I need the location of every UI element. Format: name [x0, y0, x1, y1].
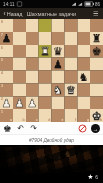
puzzle-toolbar: ♚ ↶ ↷ →	[0, 122, 103, 135]
square-c5[interactable]	[26, 58, 39, 71]
black-rook[interactable]: ♜	[92, 32, 102, 45]
deny-button[interactable]	[78, 124, 87, 133]
black-king[interactable]: ♚	[92, 45, 102, 58]
square-g4[interactable]: ♞	[77, 71, 90, 84]
signal-icon	[71, 2, 76, 6]
square-b3[interactable]	[13, 83, 26, 96]
square-g3[interactable]	[77, 83, 90, 96]
clock: 14:11	[3, 2, 15, 7]
square-b1[interactable]: b	[13, 109, 26, 122]
file-label: c	[36, 118, 38, 122]
square-h4[interactable]	[90, 71, 103, 84]
chess-pieces-photo: ♟♜♞♟♝♟♞♛♚ ★ 6	[0, 145, 103, 183]
square-h5[interactable]	[90, 58, 103, 71]
page-title: Шахматные задачи	[27, 11, 76, 17]
file-label: e	[61, 118, 63, 122]
black-pawn[interactable]: ♟	[53, 58, 63, 71]
square-c8[interactable]	[26, 19, 39, 32]
square-a3[interactable]: 3	[0, 83, 13, 96]
turn-indicator-black-king-icon: ♚	[3, 123, 12, 134]
white-rook[interactable]: ♜	[40, 45, 50, 58]
square-f3[interactable]: ♛	[64, 83, 77, 96]
square-f5[interactable]	[64, 58, 77, 71]
square-b6[interactable]	[13, 45, 26, 58]
arrow-right-icon: →	[93, 125, 99, 131]
square-e3[interactable]: ♞	[52, 83, 65, 96]
square-d7[interactable]	[39, 32, 52, 45]
file-label: b	[23, 118, 25, 122]
square-f4[interactable]	[64, 71, 77, 84]
white-pawn[interactable]: ♟	[14, 96, 24, 109]
redo-icon: ↷	[30, 124, 37, 134]
back-label: Назад	[7, 11, 23, 17]
star-count: 6	[95, 174, 98, 180]
square-g8[interactable]	[77, 19, 90, 32]
file-label: d	[48, 118, 50, 122]
square-e1[interactable]: e	[52, 109, 65, 122]
rank-label: 1	[1, 110, 3, 114]
square-a5[interactable]: 5	[0, 58, 13, 71]
square-b8[interactable]	[13, 19, 26, 32]
square-e8[interactable]	[52, 19, 65, 32]
square-c3[interactable]	[26, 83, 39, 96]
square-d4[interactable]	[39, 71, 52, 84]
file-label: h	[100, 118, 102, 122]
undo-icon: ↶	[18, 124, 25, 134]
deny-icon	[78, 124, 87, 133]
square-a4[interactable]: 4	[0, 71, 13, 84]
square-h2[interactable]	[90, 96, 103, 109]
star-icon[interactable]: ★	[87, 174, 93, 181]
battery-level: 86	[95, 2, 100, 7]
rank-label: 6	[1, 45, 3, 49]
square-c4[interactable]	[26, 71, 39, 84]
square-f6[interactable]	[64, 45, 77, 58]
chess-board: 87♟♜6♜♛♚5♟4♞3♞♛2♟♟♟1abcdefgh♚	[0, 19, 103, 122]
rank-label: 3	[1, 84, 3, 88]
battery-icon	[84, 2, 93, 7]
phone-viewport: 14:11 86 ‹ Назад Шахматные задачи 87♟♜6♜…	[0, 0, 103, 183]
rank-label: 2	[1, 97, 3, 101]
square-g6[interactable]	[77, 45, 90, 58]
puzzle-caption: #7904 Двойной удар	[0, 135, 103, 145]
next-puzzle-button[interactable]: →	[91, 124, 100, 133]
square-c7[interactable]	[26, 32, 39, 45]
square-b5[interactable]	[13, 58, 26, 71]
square-h1[interactable]: h♚	[90, 109, 103, 122]
rank-label: 7	[1, 32, 3, 36]
square-a7[interactable]: 7♟	[0, 32, 13, 45]
square-h7[interactable]: ♜	[90, 32, 103, 45]
screen: 14:11 86 ‹ Назад Шахматные задачи 87♟♜6♜…	[0, 0, 103, 183]
square-e4[interactable]	[52, 71, 65, 84]
square-d3[interactable]	[39, 83, 52, 96]
square-h3[interactable]	[90, 83, 103, 96]
square-e7[interactable]	[52, 32, 65, 45]
rank-label: 8	[1, 20, 3, 24]
back-button[interactable]: ‹ Назад	[4, 11, 23, 17]
menu-button[interactable]	[92, 10, 100, 17]
chevron-left-icon: ‹	[4, 11, 6, 16]
square-g1[interactable]: g	[77, 109, 90, 122]
rank-label: 5	[1, 58, 3, 62]
square-g7[interactable]	[77, 32, 90, 45]
redo-button[interactable]: ↷	[30, 124, 37, 134]
square-f7[interactable]	[64, 32, 77, 45]
file-label: a	[10, 118, 12, 122]
rank-label: 4	[1, 71, 3, 75]
square-b2[interactable]: ♟	[13, 96, 26, 109]
white-queen[interactable]: ♛	[66, 84, 76, 97]
square-d5[interactable]	[39, 58, 52, 71]
square-g5[interactable]	[77, 58, 90, 71]
square-f1[interactable]: f	[64, 109, 77, 122]
undo-button[interactable]: ↶	[18, 124, 25, 134]
square-h8[interactable]	[90, 19, 103, 32]
notification-icon	[17, 2, 22, 7]
app-header: ‹ Назад Шахматные задачи	[0, 8, 103, 19]
square-e6[interactable]: ♛	[52, 45, 65, 58]
status-bar: 14:11 86	[0, 0, 103, 8]
black-knight[interactable]: ♞	[79, 71, 89, 84]
square-a6[interactable]: 6	[0, 45, 13, 58]
file-label: f	[75, 118, 76, 122]
square-e2[interactable]	[52, 96, 65, 109]
file-label: g	[87, 118, 89, 122]
square-g2[interactable]	[77, 96, 90, 109]
square-d1[interactable]: d	[39, 109, 52, 122]
menu-icon	[94, 11, 99, 12]
square-c1[interactable]: c	[26, 109, 39, 122]
square-b7[interactable]	[13, 32, 26, 45]
square-c6[interactable]	[26, 45, 39, 58]
square-a8[interactable]: 8	[0, 19, 13, 32]
square-d2[interactable]	[39, 96, 52, 109]
square-h6[interactable]: ♚	[90, 45, 103, 58]
black-queen[interactable]: ♛	[53, 45, 63, 58]
square-f8[interactable]	[64, 19, 77, 32]
square-a2[interactable]: 2♟	[0, 96, 13, 109]
white-knight[interactable]: ♞	[53, 84, 63, 97]
square-a1[interactable]: 1a	[0, 109, 13, 122]
square-d8[interactable]	[39, 19, 52, 32]
square-f2[interactable]	[64, 96, 77, 109]
white-pawn[interactable]: ♟	[27, 96, 37, 109]
signal-icon	[78, 2, 83, 6]
square-d6[interactable]: ♜	[39, 45, 52, 58]
square-e5[interactable]: ♟	[52, 58, 65, 71]
square-c2[interactable]: ♟	[26, 96, 39, 109]
square-b4[interactable]	[13, 71, 26, 84]
